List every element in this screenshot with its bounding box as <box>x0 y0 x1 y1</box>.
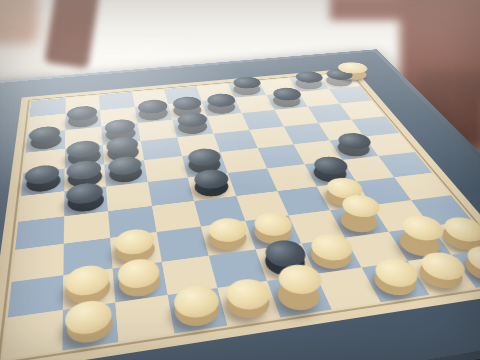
dark-piece <box>138 106 169 122</box>
light-piece <box>67 307 113 346</box>
chair-rail-top <box>330 0 480 20</box>
board-square <box>105 160 148 186</box>
board-square <box>18 191 64 221</box>
light-piece <box>173 292 223 329</box>
board-square <box>113 262 168 303</box>
photo-scene <box>0 0 480 360</box>
board-frame <box>0 52 480 360</box>
light-piece <box>223 285 274 321</box>
dark-piece <box>293 77 326 90</box>
light-piece <box>335 208 383 234</box>
light-piece <box>368 265 423 298</box>
chair-post-left <box>44 0 100 69</box>
board-square <box>64 187 109 217</box>
dark-piece <box>68 112 98 128</box>
light-piece <box>273 278 326 313</box>
board-square <box>315 268 381 310</box>
board-square <box>201 221 255 256</box>
board-square <box>63 211 110 244</box>
board-square <box>188 173 236 201</box>
dark-piece <box>205 99 238 114</box>
dark-piece <box>231 82 263 96</box>
board-margin <box>0 68 480 360</box>
board-square <box>137 120 177 141</box>
board-square <box>65 110 102 130</box>
dark-piece <box>323 74 356 87</box>
draughts-board <box>0 49 480 360</box>
dark-piece <box>192 175 231 198</box>
board-grid <box>3 73 480 360</box>
light-piece <box>206 224 251 252</box>
dark-piece <box>25 171 61 193</box>
dark-piece <box>334 139 374 158</box>
dark-piece <box>270 93 304 108</box>
dark-piece <box>176 118 210 135</box>
wood-corner-top-left <box>0 0 38 44</box>
board-square <box>21 169 64 196</box>
dark-piece <box>68 189 104 213</box>
dark-piece <box>108 163 143 184</box>
board-square <box>365 133 415 156</box>
board-frame-bevel <box>0 49 480 360</box>
board-square <box>106 182 152 211</box>
chair-back-right <box>400 0 480 98</box>
board-square <box>228 169 277 196</box>
dark-piece <box>29 132 61 150</box>
light-piece <box>306 241 356 271</box>
light-piece <box>118 265 163 299</box>
